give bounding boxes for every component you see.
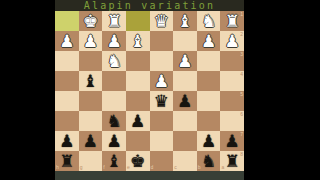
- piece-black-knight: ♞: [201, 151, 216, 171]
- square-e4[interactable]: [126, 71, 150, 91]
- square-b5[interactable]: [197, 91, 221, 111]
- square-a5[interactable]: 5: [220, 91, 244, 111]
- square-c2[interactable]: [173, 31, 197, 51]
- square-e7[interactable]: [126, 131, 150, 151]
- piece-black-bishop: ♝: [83, 71, 98, 91]
- square-d7[interactable]: [150, 131, 174, 151]
- square-f6[interactable]: ♞: [102, 111, 126, 131]
- square-h3[interactable]: [55, 51, 79, 71]
- square-h7[interactable]: ♟: [55, 131, 79, 151]
- square-a3[interactable]: 3: [220, 51, 244, 71]
- square-a1[interactable]: ♜1: [220, 11, 244, 31]
- piece-black-knight: ♞: [106, 111, 121, 131]
- piece-black-rook: ♜: [59, 151, 74, 171]
- piece-white-pawn: ♟: [154, 71, 169, 91]
- square-e3[interactable]: [126, 51, 150, 71]
- square-g5[interactable]: [79, 91, 103, 111]
- piece-white-rook: ♜: [106, 11, 121, 31]
- video-frame: Alapin variation ♚♜♛♝♞♜1♟♟♟♝♟♟2♞♟3♝♟4♛♟5…: [0, 0, 320, 180]
- coord-file-label: g: [80, 165, 83, 170]
- piece-white-pawn: ♟: [177, 51, 192, 71]
- coord-file-label: d: [151, 165, 154, 170]
- square-h5[interactable]: [55, 91, 79, 111]
- square-h6[interactable]: [55, 111, 79, 131]
- square-b6[interactable]: [197, 111, 221, 131]
- square-c7[interactable]: [173, 131, 197, 151]
- title-bar: Alapin variation: [55, 0, 244, 11]
- square-f8[interactable]: ♝f: [102, 151, 126, 171]
- coord-rank-label: 5: [240, 92, 243, 97]
- piece-white-rook: ♜: [225, 11, 240, 31]
- piece-black-bishop: ♝: [106, 151, 121, 171]
- piece-white-bishop: ♝: [130, 31, 145, 51]
- coord-file-label: e: [127, 165, 130, 170]
- square-f3[interactable]: ♞: [102, 51, 126, 71]
- bottom-bar: [55, 171, 244, 180]
- piece-black-rook: ♜: [225, 151, 240, 171]
- piece-white-king: ♚: [83, 11, 98, 31]
- square-d5[interactable]: ♛: [150, 91, 174, 111]
- opening-title: Alapin variation: [84, 0, 216, 11]
- square-f2[interactable]: ♟: [102, 31, 126, 51]
- square-g3[interactable]: [79, 51, 103, 71]
- square-b2[interactable]: ♟: [197, 31, 221, 51]
- square-f5[interactable]: [102, 91, 126, 111]
- coord-rank-label: 6: [240, 112, 243, 117]
- square-c1[interactable]: ♝: [173, 11, 197, 31]
- square-h2[interactable]: ♟: [55, 31, 79, 51]
- coord-rank-label: 7: [240, 132, 243, 137]
- square-e2[interactable]: ♝: [126, 31, 150, 51]
- piece-black-queen: ♛: [154, 91, 169, 111]
- square-c6[interactable]: [173, 111, 197, 131]
- square-a7[interactable]: ♟7: [220, 131, 244, 151]
- square-e5[interactable]: [126, 91, 150, 111]
- coord-rank-label: 4: [240, 72, 243, 77]
- square-g1[interactable]: ♚: [79, 11, 103, 31]
- coord-file-label: f: [103, 165, 104, 170]
- piece-white-pawn: ♟: [225, 31, 240, 51]
- square-d6[interactable]: [150, 111, 174, 131]
- coord-rank-label: 2: [240, 32, 243, 37]
- coord-file-label: b: [198, 165, 201, 170]
- square-a8[interactable]: ♜8a: [220, 151, 244, 171]
- square-b1[interactable]: ♞: [197, 11, 221, 31]
- piece-white-bishop: ♝: [177, 11, 192, 31]
- square-c5[interactable]: ♟: [173, 91, 197, 111]
- piece-black-pawn: ♟: [130, 111, 145, 131]
- square-h1[interactable]: [55, 11, 79, 31]
- square-a6[interactable]: 6: [220, 111, 244, 131]
- piece-white-knight: ♞: [201, 11, 216, 31]
- square-g4[interactable]: ♝: [79, 71, 103, 91]
- coord-file-label: c: [174, 165, 177, 170]
- square-a2[interactable]: ♟2: [220, 31, 244, 51]
- square-c8[interactable]: c: [173, 151, 197, 171]
- square-g6[interactable]: [79, 111, 103, 131]
- square-g2[interactable]: ♟: [79, 31, 103, 51]
- coord-rank-label: 8: [240, 152, 243, 157]
- square-f1[interactable]: ♜: [102, 11, 126, 31]
- coord-rank-label: 1: [240, 12, 243, 17]
- piece-white-pawn: ♟: [59, 31, 74, 51]
- coord-file-label: a: [221, 165, 224, 170]
- square-d8[interactable]: d: [150, 151, 174, 171]
- piece-black-pawn: ♟: [201, 131, 216, 151]
- square-f7[interactable]: ♟: [102, 131, 126, 151]
- square-h4[interactable]: [55, 71, 79, 91]
- piece-white-knight: ♞: [106, 51, 121, 71]
- chess-board[interactable]: ♚♜♛♝♞♜1♟♟♟♝♟♟2♞♟3♝♟4♛♟5♞♟6♟♟♟♟♟7♜hg♝f♚ed…: [55, 11, 244, 171]
- piece-black-pawn: ♟: [177, 91, 192, 111]
- square-d2[interactable]: [150, 31, 174, 51]
- square-b7[interactable]: ♟: [197, 131, 221, 151]
- square-d4[interactable]: ♟: [150, 71, 174, 91]
- piece-white-pawn: ♟: [83, 31, 98, 51]
- piece-white-pawn: ♟: [201, 31, 216, 51]
- piece-black-pawn: ♟: [106, 131, 121, 151]
- square-b4[interactable]: [197, 71, 221, 91]
- square-d3[interactable]: [150, 51, 174, 71]
- coord-file-label: h: [56, 165, 59, 170]
- coord-rank-label: 3: [240, 52, 243, 57]
- piece-white-queen: ♛: [154, 11, 169, 31]
- piece-white-pawn: ♟: [106, 31, 121, 51]
- square-b8[interactable]: ♞b: [197, 151, 221, 171]
- piece-black-king: ♚: [130, 151, 145, 171]
- square-g8[interactable]: g: [79, 151, 103, 171]
- square-g7[interactable]: ♟: [79, 131, 103, 151]
- square-b3[interactable]: [197, 51, 221, 71]
- square-e8[interactable]: ♚e: [126, 151, 150, 171]
- square-e1[interactable]: [126, 11, 150, 31]
- square-e6[interactable]: ♟: [126, 111, 150, 131]
- square-d1[interactable]: ♛: [150, 11, 174, 31]
- square-c3[interactable]: ♟: [173, 51, 197, 71]
- square-h8[interactable]: ♜h: [55, 151, 79, 171]
- piece-black-pawn: ♟: [225, 131, 240, 151]
- piece-black-pawn: ♟: [83, 131, 98, 151]
- square-f4[interactable]: [102, 71, 126, 91]
- square-c4[interactable]: [173, 71, 197, 91]
- piece-black-pawn: ♟: [59, 131, 74, 151]
- square-a4[interactable]: 4: [220, 71, 244, 91]
